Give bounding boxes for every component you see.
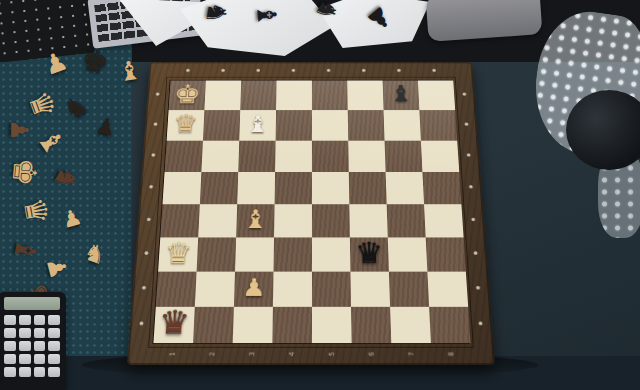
- board-square[interactable]: [350, 272, 390, 307]
- coordinate-label: 1: [162, 335, 181, 373]
- white-queen[interactable]: ♛: [172, 112, 198, 136]
- calculator-key: [4, 315, 16, 325]
- board-grid: ♚♝♛♝♝♛♛♟♛: [152, 80, 469, 344]
- white-queen[interactable]: ♛: [164, 239, 193, 267]
- board-square[interactable]: [273, 237, 311, 271]
- board-square[interactable]: [203, 110, 240, 140]
- calculator-key: [48, 367, 60, 377]
- board-square[interactable]: [312, 110, 348, 140]
- board-square[interactable]: [274, 204, 312, 237]
- board-square[interactable]: [312, 172, 349, 204]
- calculator-key: [34, 315, 46, 325]
- board-square[interactable]: ♟: [234, 272, 274, 307]
- keypad-device: [0, 0, 95, 63]
- calculator-key: [19, 315, 31, 325]
- board-square[interactable]: [421, 141, 459, 172]
- board-bottom-labels: 12345678: [151, 346, 471, 362]
- board-square[interactable]: [389, 272, 429, 307]
- board-square[interactable]: [197, 237, 237, 271]
- calculator-key: [4, 328, 16, 338]
- board-square[interactable]: [418, 81, 455, 111]
- calculator-key: [4, 354, 16, 364]
- white-bishop[interactable]: ♝: [245, 112, 270, 135]
- board-square[interactable]: ♝: [383, 81, 420, 111]
- board-square[interactable]: ♝: [239, 110, 276, 140]
- board-square[interactable]: [424, 204, 464, 237]
- coordinate-label: 2: [202, 335, 220, 373]
- board-square[interactable]: [347, 81, 383, 111]
- board-square[interactable]: [240, 81, 276, 111]
- calculator-key: [34, 341, 46, 351]
- board-square[interactable]: [422, 172, 461, 204]
- board-square[interactable]: [348, 110, 385, 140]
- board-frame: ♚♝♛♝♝♛♛♟♛ 12345678: [127, 62, 495, 365]
- board-square[interactable]: [237, 172, 275, 204]
- calculator: [0, 292, 66, 390]
- board-square[interactable]: [201, 141, 239, 172]
- calculator-key: [34, 367, 46, 377]
- board-square[interactable]: [276, 110, 312, 140]
- black-bishop[interactable]: ♝: [389, 83, 413, 105]
- white-pawn[interactable]: ♟: [242, 275, 266, 299]
- white-king[interactable]: ♚: [173, 81, 202, 107]
- board-square[interactable]: [204, 81, 241, 111]
- calculator-key: [48, 328, 60, 338]
- board-square[interactable]: [273, 272, 312, 307]
- board-square[interactable]: [419, 110, 457, 140]
- board-square[interactable]: [235, 237, 274, 271]
- board-square[interactable]: ♛: [158, 237, 198, 271]
- calculator-key: [48, 315, 60, 325]
- board-square[interactable]: [160, 204, 200, 237]
- calculator-key: [48, 354, 60, 364]
- board-square[interactable]: [388, 237, 428, 271]
- board-square[interactable]: [387, 204, 426, 237]
- coordinate-label: 6: [362, 335, 380, 373]
- board-square[interactable]: [348, 141, 385, 172]
- board-square[interactable]: [198, 204, 237, 237]
- calculator-key: [19, 328, 31, 338]
- board-square[interactable]: [238, 141, 275, 172]
- board-square[interactable]: [312, 237, 350, 271]
- board-square[interactable]: [276, 81, 312, 111]
- calculator-key: [4, 367, 16, 377]
- board-square[interactable]: [426, 237, 466, 271]
- board-square[interactable]: [156, 272, 197, 307]
- board-square[interactable]: [312, 81, 348, 111]
- board-square[interactable]: [312, 272, 351, 307]
- board-square[interactable]: [349, 204, 387, 237]
- board-square[interactable]: [312, 141, 349, 172]
- calculator-key: [34, 328, 46, 338]
- coordinate-label: 5: [322, 335, 339, 373]
- white-bishop[interactable]: ♝: [242, 206, 268, 231]
- board-square[interactable]: [195, 272, 235, 307]
- dark-round-object: [566, 90, 640, 170]
- board-square[interactable]: [385, 141, 423, 172]
- black-queen[interactable]: ♛: [355, 238, 384, 267]
- board-square[interactable]: [275, 141, 312, 172]
- calculator-key: [19, 341, 31, 351]
- chess-board: ♚♝♛♝♝♛♛♟♛ 12345678: [127, 62, 495, 365]
- board-square[interactable]: [427, 272, 468, 307]
- coordinate-label: 8: [441, 335, 460, 373]
- board-square[interactable]: [200, 172, 238, 204]
- board-square[interactable]: [349, 172, 387, 204]
- calculator-keys: [4, 315, 60, 377]
- coordinate-label: 3: [242, 335, 260, 373]
- coordinate-label: 4: [282, 335, 299, 373]
- board-square[interactable]: [386, 172, 424, 204]
- board-square[interactable]: ♝: [236, 204, 274, 237]
- board-square[interactable]: [162, 172, 201, 204]
- calculator-key: [4, 341, 16, 351]
- board-square[interactable]: [275, 172, 312, 204]
- calculator-key: [34, 354, 46, 364]
- scene-photo: ♟♚♝♛♞♟♟♝♚♞♛♟♝♟♞♚♞♝♞♟ ♚♝♛♝♝♛♛♟♛ 12345678: [0, 0, 640, 390]
- board-square[interactable]: [384, 110, 421, 140]
- board-square[interactable]: ♛: [167, 110, 205, 140]
- board-square[interactable]: [312, 204, 350, 237]
- calculator-key: [19, 354, 31, 364]
- coordinate-label: 7: [401, 335, 419, 373]
- board-square[interactable]: [165, 141, 203, 172]
- board-square[interactable]: ♛: [350, 237, 389, 271]
- board-square[interactable]: ♚: [169, 81, 206, 111]
- calculator-key: [19, 367, 31, 377]
- calculator-display: [4, 297, 60, 310]
- calculator-key: [48, 341, 60, 351]
- coordinate-dots-top: [170, 69, 452, 73]
